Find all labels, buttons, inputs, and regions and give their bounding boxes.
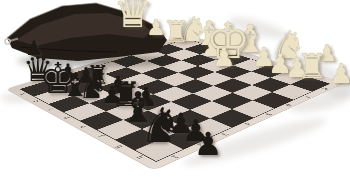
black-bishop: ♝ [117,87,159,129]
white-pawn: ♟ [251,44,277,70]
white-pawn: ♟ [284,54,311,81]
black-pawn: ♟ [192,128,224,160]
black-rook: ♜ [109,77,143,111]
white-pawn: ♟ [328,60,350,87]
white-bishop: ♝ [231,20,269,58]
white-pawn: ♟ [316,42,339,65]
black-pawn: ♟ [24,38,44,58]
black-pawn: ♟ [167,110,195,138]
black-pawn: ♟ [58,61,78,81]
white-pawn: ♟ [267,50,294,77]
black-pawn: ♟ [100,83,124,107]
black-pawn: ♟ [75,65,97,87]
black-king: ♚ [37,58,79,100]
white-pawn: ♟ [145,17,167,39]
white-pawn: ♟ [211,44,237,70]
chess-set-product-photo: abcdefgh 12345678 ♛♟♞♜♝♝♟♟♞♟♚♟♟♟♟♟♜♛♟♟♜♟… [0,0,350,191]
black-queen: ♛ [21,52,55,86]
white-bishop: ♝ [192,16,226,50]
white-knight: ♞ [176,12,210,46]
black-knight: ♞ [76,69,110,103]
white-queen: ♛ [111,0,155,34]
black-pawn: ♟ [106,73,130,97]
white-knight: ♞ [270,26,308,64]
black-bishop: ♝ [59,69,91,101]
white-king: ♚ [203,16,253,66]
black-pawn: ♟ [181,116,211,146]
pieces-layer: ♛♟♞♜♝♝♟♟♞♟♚♟♟♟♟♟♜♛♟♟♜♟♚♝♞♟♟♜♝♟♟♞♟ [0,0,350,191]
black-pawn: ♟ [133,84,159,110]
black-rook: ♜ [85,62,111,88]
white-pawn: ♟ [200,36,224,60]
black-knight: ♞ [137,101,185,149]
white-rook: ♜ [161,17,191,47]
white-rook: ♜ [295,49,329,83]
